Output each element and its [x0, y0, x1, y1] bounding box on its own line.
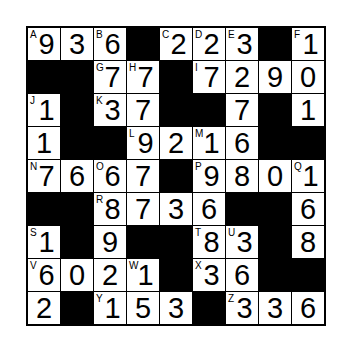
cell-digit: 9 [102, 227, 118, 257]
cell-r2c7[interactable]: 2 [226, 61, 258, 93]
cell-label: M [195, 128, 203, 139]
cell-label: U [228, 227, 235, 238]
cell-r2c4[interactable]: H7 [127, 61, 159, 93]
cell-digit: 1 [36, 128, 52, 158]
cell-r1c2[interactable]: 3 [61, 28, 93, 60]
black-cell-r6c7 [226, 193, 258, 225]
black-cell-r8c9 [292, 259, 324, 291]
cell-r1c1[interactable]: A9 [28, 28, 60, 60]
black-cell-r9c2 [61, 292, 93, 324]
cell-digit: 3 [203, 260, 219, 290]
cell-digit: 0 [69, 260, 85, 290]
cell-label: C [162, 29, 169, 40]
cell-digit: 6 [38, 260, 54, 290]
cell-digit: 7 [135, 95, 151, 125]
cell-r5c1[interactable]: N7 [28, 160, 60, 192]
cell-r7c3[interactable]: 9 [94, 226, 126, 258]
cell-label: E [228, 29, 235, 40]
black-cell-r4c3 [94, 127, 126, 159]
cell-digit: 8 [203, 227, 219, 257]
cell-r1c7[interactable]: E3 [226, 28, 258, 60]
cell-digit: 3 [104, 95, 120, 125]
cell-r5c7[interactable]: 8 [226, 160, 258, 192]
black-cell-r3c8 [259, 94, 291, 126]
cell-r2c3[interactable]: G7 [94, 61, 126, 93]
cell-r7c9[interactable]: 8 [292, 226, 324, 258]
cell-r2c8[interactable]: 9 [259, 61, 291, 93]
black-cell-r6c8 [259, 193, 291, 225]
cell-digit: 1 [38, 227, 54, 257]
cell-digit: 6 [69, 161, 85, 191]
cell-digit: 6 [104, 29, 120, 59]
cell-label: Z [228, 293, 234, 304]
crossnumber-board: A93B6C2D2E3F1G7H7I7290J1K37711L92M16N76O… [26, 26, 326, 326]
cell-digit: 8 [300, 227, 316, 257]
black-cell-r7c8 [259, 226, 291, 258]
cell-digit: 9 [267, 62, 283, 92]
cell-r9c3[interactable]: Y1 [94, 292, 126, 324]
cell-r9c5[interactable]: 3 [160, 292, 192, 324]
cell-r1c3[interactable]: B6 [94, 28, 126, 60]
cell-digit: 7 [135, 194, 151, 224]
black-cell-r7c5 [160, 226, 192, 258]
cell-digit: 6 [300, 293, 316, 323]
cell-label: L [129, 128, 135, 139]
cell-label: K [96, 95, 103, 106]
cell-digit: 3 [168, 194, 184, 224]
cell-digit: 2 [203, 29, 219, 59]
cell-r4c6[interactable]: M1 [193, 127, 225, 159]
cell-r4c7[interactable]: 6 [226, 127, 258, 159]
cell-r4c1[interactable]: 1 [28, 127, 60, 159]
black-cell-r6c2 [61, 193, 93, 225]
cell-digit: 7 [135, 161, 151, 191]
cell-digit: 3 [267, 293, 283, 323]
cell-digit: 9 [38, 29, 54, 59]
cell-digit: 6 [234, 260, 250, 290]
cell-digit: 7 [104, 62, 120, 92]
cell-r8c2[interactable]: 0 [61, 259, 93, 291]
cell-r4c4[interactable]: L9 [127, 127, 159, 159]
cell-r4c5[interactable]: 2 [160, 127, 192, 159]
cell-r1c9[interactable]: F1 [292, 28, 324, 60]
cell-digit: 2 [234, 62, 250, 92]
cell-r3c9[interactable]: 1 [292, 94, 324, 126]
cell-r3c1[interactable]: J1 [28, 94, 60, 126]
black-cell-r7c4 [127, 226, 159, 258]
cell-digit: 6 [201, 194, 217, 224]
cell-r7c6[interactable]: T8 [193, 226, 225, 258]
black-cell-r6c1 [28, 193, 60, 225]
black-cell-r2c1 [28, 61, 60, 93]
cell-digit: 1 [203, 128, 219, 158]
cell-digit: 0 [300, 62, 316, 92]
cell-r8c7[interactable]: 6 [226, 259, 258, 291]
cell-r9c7[interactable]: Z3 [226, 292, 258, 324]
cell-digit: 1 [137, 260, 153, 290]
cell-label: I [195, 62, 198, 73]
cell-label: A [30, 29, 37, 40]
cell-r9c1[interactable]: 2 [28, 292, 60, 324]
cell-label: H [129, 62, 136, 73]
cell-digit: 2 [36, 293, 52, 323]
cell-digit: 2 [168, 128, 184, 158]
cell-label: N [30, 161, 37, 172]
black-cell-r2c5 [160, 61, 192, 93]
cell-r3c3[interactable]: K3 [94, 94, 126, 126]
cell-r9c9[interactable]: 6 [292, 292, 324, 324]
cell-digit: 5 [135, 293, 151, 323]
cell-digit: 9 [203, 161, 219, 191]
cell-label: G [96, 62, 104, 73]
cell-r5c6[interactable]: P9 [193, 160, 225, 192]
black-cell-r2c2 [61, 61, 93, 93]
black-cell-r7c2 [61, 226, 93, 258]
black-cell-r8c5 [160, 259, 192, 291]
cell-label: O [96, 161, 104, 172]
cell-digit: 3 [236, 29, 252, 59]
black-cell-r3c2 [61, 94, 93, 126]
cell-r6c9[interactable]: 6 [292, 193, 324, 225]
black-cell-r8c8 [259, 259, 291, 291]
cell-r6c4[interactable]: 7 [127, 193, 159, 225]
cell-r8c3[interactable]: 2 [94, 259, 126, 291]
cell-digit: 2 [102, 260, 118, 290]
black-cell-r4c9 [292, 127, 324, 159]
cell-label: P [195, 161, 202, 172]
cell-r7c7[interactable]: U3 [226, 226, 258, 258]
cell-r5c4[interactable]: 7 [127, 160, 159, 192]
cell-digit: 8 [234, 161, 250, 191]
cell-r3c4[interactable]: 7 [127, 94, 159, 126]
cell-label: W [129, 260, 138, 271]
cell-r5c3[interactable]: O6 [94, 160, 126, 192]
cell-label: V [30, 260, 37, 271]
cell-r5c8[interactable]: 0 [259, 160, 291, 192]
cell-label: S [30, 227, 37, 238]
cell-r8c1[interactable]: V6 [28, 259, 60, 291]
black-cell-r4c8 [259, 127, 291, 159]
cell-digit: 3 [236, 227, 252, 257]
black-cell-r1c4 [127, 28, 159, 60]
cell-digit: 1 [38, 95, 54, 125]
cell-digit: 7 [137, 62, 153, 92]
cell-digit: 6 [104, 161, 120, 191]
black-cell-r3c6 [193, 94, 225, 126]
cell-digit: 0 [267, 161, 283, 191]
cell-digit: 1 [300, 95, 316, 125]
cell-r8c4[interactable]: W1 [127, 259, 159, 291]
cell-digit: 6 [234, 128, 250, 158]
black-cell-r4c2 [61, 127, 93, 159]
black-cell-r1c8 [259, 28, 291, 60]
cell-digit: 7 [38, 161, 54, 191]
cell-digit: 3 [69, 29, 85, 59]
cell-r7c1[interactable]: S1 [28, 226, 60, 258]
cell-label: X [195, 260, 202, 271]
cell-digit: 8 [104, 194, 120, 224]
cell-r1c5[interactable]: C2 [160, 28, 192, 60]
cell-digit: 6 [300, 194, 316, 224]
cell-r6c5[interactable]: 3 [160, 193, 192, 225]
cell-r2c9[interactable]: 0 [292, 61, 324, 93]
cell-r3c7[interactable]: 7 [226, 94, 258, 126]
black-cell-r9c6 [193, 292, 225, 324]
cell-r6c6[interactable]: 6 [193, 193, 225, 225]
cell-label: T [195, 227, 201, 238]
cell-digit: 1 [104, 293, 120, 323]
cell-label: B [96, 29, 103, 40]
cell-r2c6[interactable]: I7 [193, 61, 225, 93]
cell-digit: 3 [168, 293, 184, 323]
cell-digit: 1 [302, 161, 318, 191]
cell-digit: 1 [302, 29, 318, 59]
cell-label: J [30, 95, 35, 106]
cell-label: Q [294, 161, 302, 172]
cell-label: R [96, 194, 103, 205]
cell-digit: 9 [137, 128, 153, 158]
cell-r9c8[interactable]: 3 [259, 292, 291, 324]
cell-label: F [294, 29, 300, 40]
cell-digit: 2 [170, 29, 186, 59]
cell-r5c9[interactable]: Q1 [292, 160, 324, 192]
cell-digit: 7 [234, 95, 250, 125]
cell-r9c4[interactable]: 5 [127, 292, 159, 324]
cell-label: Y [96, 293, 103, 304]
cell-r5c2[interactable]: 6 [61, 160, 93, 192]
page: A93B6C2D2E3F1G7H7I7290J1K37711L92M16N76O… [0, 0, 353, 343]
cell-r1c6[interactable]: D2 [193, 28, 225, 60]
cell-r6c3[interactable]: R8 [94, 193, 126, 225]
cell-digit: 3 [236, 293, 252, 323]
cell-digit: 7 [203, 62, 219, 92]
cell-label: D [195, 29, 202, 40]
black-cell-r5c5 [160, 160, 192, 192]
cell-r8c6[interactable]: X3 [193, 259, 225, 291]
black-cell-r3c5 [160, 94, 192, 126]
